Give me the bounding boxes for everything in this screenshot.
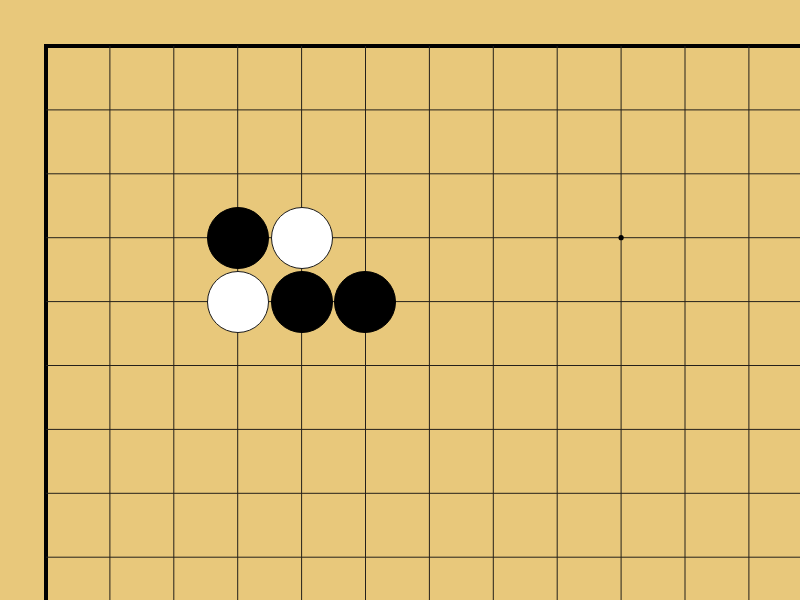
black-stone-glyph: ● xyxy=(282,280,320,324)
black-stone-glyph: ● xyxy=(218,216,256,260)
go-board[interactable]: ●●●●● xyxy=(0,0,800,600)
white-stone-glyph: ● xyxy=(282,216,320,260)
stone-black-e15[interactable]: ● xyxy=(271,271,333,333)
stones-layer: ●●●●● xyxy=(14,14,781,589)
white-stone-glyph: ● xyxy=(218,280,256,324)
stone-white-d15[interactable]: ● xyxy=(207,271,269,333)
stone-white-e16[interactable]: ● xyxy=(271,207,333,269)
black-stone-glyph: ● xyxy=(346,280,384,324)
stone-black-d16[interactable]: ● xyxy=(207,207,269,269)
stone-black-f15[interactable]: ● xyxy=(334,271,396,333)
